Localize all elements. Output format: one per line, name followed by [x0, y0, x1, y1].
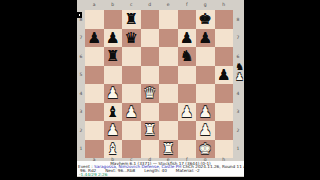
white-king: ♚	[199, 140, 212, 159]
square-a1	[85, 140, 104, 159]
black-king: ♚	[199, 10, 212, 29]
square-f4	[178, 84, 197, 103]
square-c7: ♛	[122, 29, 141, 48]
square-d7	[141, 29, 160, 48]
white-pawn: ♟	[199, 103, 212, 122]
square-d8	[141, 10, 160, 29]
square-a2	[85, 121, 104, 140]
square-e2	[159, 121, 178, 140]
square-a3	[85, 103, 104, 122]
square-b6: ♜	[104, 47, 123, 66]
square-g3: ♟	[196, 103, 215, 122]
square-h2	[215, 121, 234, 140]
square-h7	[215, 29, 234, 48]
white-queen: ♛	[143, 84, 156, 103]
square-g8: ♚	[196, 10, 215, 29]
rank-label-3: 3	[235, 103, 241, 122]
square-b2: ♟	[104, 121, 123, 140]
square-b3: ♝	[104, 103, 123, 122]
square-e4	[159, 84, 178, 103]
square-e3	[159, 103, 178, 122]
square-c3: ♟	[122, 103, 141, 122]
square-e6	[159, 47, 178, 66]
black-pawn: ♟	[106, 29, 119, 48]
square-g7: ♟	[196, 29, 215, 48]
black-pawn: ♟	[217, 66, 230, 85]
file-label-a: a	[85, 2, 104, 8]
square-e1: ♜	[159, 140, 178, 159]
next-move: Next: 96...Rb8	[105, 169, 135, 173]
square-g5	[196, 66, 215, 85]
white-bishop: ♝	[106, 140, 119, 159]
square-b8	[104, 10, 123, 29]
white-rook: ♜	[162, 140, 175, 159]
square-g4	[196, 84, 215, 103]
black-pawn: ♟	[88, 29, 101, 48]
square-d1	[141, 140, 160, 159]
white-pawn: ♟	[106, 121, 119, 140]
black-rook: ♜	[106, 47, 119, 66]
rank-labels-left: 87654321	[78, 10, 84, 158]
rank-label-6: 6	[78, 47, 84, 66]
square-b1: ♝	[104, 140, 123, 159]
square-h3	[215, 103, 234, 122]
file-label-d: d	[141, 2, 160, 8]
square-d4: ♛	[141, 84, 160, 103]
square-h8	[215, 10, 234, 29]
square-a8	[85, 10, 104, 29]
square-a6	[85, 47, 104, 66]
black-queen: ♛	[125, 29, 138, 48]
square-c5	[122, 66, 141, 85]
square-g2: ♟	[196, 121, 215, 140]
square-f8	[178, 10, 197, 29]
square-f2	[178, 121, 197, 140]
square-a5	[85, 66, 104, 85]
rank-label-8: 8	[235, 10, 241, 29]
rank-label-1: 1	[78, 140, 84, 159]
square-f6: ♞	[178, 47, 197, 66]
white-pawn: ♟	[180, 103, 193, 122]
square-f3: ♟	[178, 103, 197, 122]
black-pawn: ♟	[180, 29, 193, 48]
white-pawn: ♟	[235, 72, 244, 82]
file-label-e: e	[159, 2, 178, 8]
file-label-h: h	[215, 2, 234, 8]
material-difference-tray: ♞♟	[235, 62, 245, 82]
square-f7: ♟	[178, 29, 197, 48]
square-e8	[159, 10, 178, 29]
square-a7: ♟	[85, 29, 104, 48]
material-balance: Material: -2	[176, 169, 200, 173]
square-b7: ♟	[104, 29, 123, 48]
rank-label-8: 8	[78, 10, 84, 29]
square-d5	[141, 66, 160, 85]
white-rook: ♜	[143, 121, 156, 140]
square-a4	[85, 84, 104, 103]
file-labels-top: abcdefgh	[85, 2, 233, 8]
black-knight: ♞	[180, 47, 193, 66]
rank-label-3: 3	[78, 103, 84, 122]
black-bishop: ♝	[106, 103, 119, 122]
square-g1: ♚	[196, 140, 215, 159]
square-d6	[141, 47, 160, 66]
square-c2	[122, 121, 141, 140]
square-d3	[141, 103, 160, 122]
square-c6	[122, 47, 141, 66]
white-pawn: ♟	[125, 103, 138, 122]
black-pawn: ♟	[199, 29, 212, 48]
rank-label-5: 5	[78, 66, 84, 85]
engine-eval-line: -1.44/29 2:26	[77, 173, 244, 177]
white-pawn: ♟	[106, 84, 119, 103]
square-h5: ♟	[215, 66, 234, 85]
file-label-c: c	[122, 2, 141, 8]
square-e7	[159, 29, 178, 48]
white-pawn: ♟	[199, 121, 212, 140]
square-c1	[122, 140, 141, 159]
rank-label-2: 2	[235, 121, 241, 140]
square-e5	[159, 66, 178, 85]
square-g6	[196, 47, 215, 66]
file-label-b: b	[104, 2, 123, 8]
square-f1	[178, 140, 197, 159]
game-info-panel: Mayhem 6.1 (3371) — Stockfish 17 (3644) …	[77, 161, 244, 176]
rank-label-2: 2	[78, 121, 84, 140]
square-f5	[178, 66, 197, 85]
game-length: Length: 40	[144, 169, 167, 173]
file-label-g: g	[196, 2, 215, 8]
square-d2: ♜	[141, 121, 160, 140]
square-h4	[215, 84, 234, 103]
chess-board: ♜♚♟♟♛♟♟♜♞♟♟♛♝♟♟♟♟♜♟♝♜♚	[85, 10, 233, 158]
rank-label-4: 4	[235, 84, 241, 103]
video-frame: abcdefgh 87654321 ♜♚♟♟♛♟♟♜♞♟♟♛♝♟♟♟♟♜♟♝♜♚…	[0, 0, 320, 180]
rank-label-7: 7	[235, 29, 241, 48]
square-h1	[215, 140, 234, 159]
file-label-f: f	[178, 2, 197, 8]
rank-labels-right: 87654321	[235, 10, 241, 158]
square-b5	[104, 66, 123, 85]
rank-label-1: 1	[235, 140, 241, 159]
rank-label-4: 4	[78, 84, 84, 103]
square-c4	[122, 84, 141, 103]
black-rook: ♜	[125, 10, 138, 29]
rank-label-7: 7	[78, 29, 84, 48]
square-b4: ♟	[104, 84, 123, 103]
square-c8: ♜	[122, 10, 141, 29]
square-h6	[215, 47, 234, 66]
